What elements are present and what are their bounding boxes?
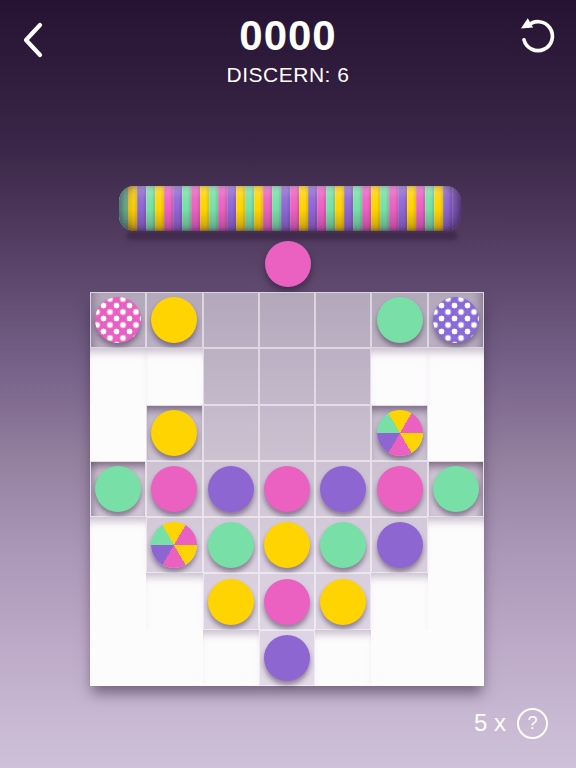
board-cell-r3c5[interactable] (315, 405, 371, 461)
piece-green (433, 466, 479, 512)
disc-stripe (398, 186, 407, 231)
disc-stripe (191, 186, 200, 231)
board-cell-r1c6[interactable] (371, 292, 427, 348)
disc-stripe (182, 186, 191, 231)
disc-stripe (317, 186, 326, 231)
disc-stripe (137, 186, 146, 231)
board-panel (371, 573, 427, 629)
piece-green (320, 522, 366, 568)
board-cell-r4c3[interactable] (203, 461, 259, 517)
disc-stripe (425, 186, 434, 231)
board-cell-r1c5[interactable] (315, 292, 371, 348)
board-panel (428, 573, 484, 629)
board-panel (90, 517, 146, 573)
board-cell-r2c4[interactable] (259, 348, 315, 404)
piece-purple (208, 466, 254, 512)
disc-stripe (452, 186, 461, 231)
disc-stripe (218, 186, 227, 231)
disc-stripe (407, 186, 416, 231)
disc-stripe (209, 186, 218, 231)
disc-stripe (254, 186, 263, 231)
disc-stripe (227, 186, 236, 231)
board-panel (428, 348, 484, 404)
piece-purple (377, 522, 423, 568)
disc-stripe (299, 186, 308, 231)
disc-stripe (272, 186, 281, 231)
piece-pink (264, 466, 310, 512)
board-panel (146, 630, 202, 686)
piece-green (377, 297, 423, 343)
disc-stripe (353, 186, 362, 231)
game-board (90, 292, 484, 686)
disc-stripe (389, 186, 398, 231)
board-cell-r7c4[interactable] (259, 630, 315, 686)
score-display: 0000 (0, 12, 576, 60)
disc-stripe (119, 186, 128, 231)
piece-green (208, 522, 254, 568)
disc-stripe (326, 186, 335, 231)
board-cell-r6c5[interactable] (315, 573, 371, 629)
board-cell-r5c5[interactable] (315, 517, 371, 573)
hint-button[interactable]: ? (517, 708, 548, 739)
board-cell-r2c5[interactable] (315, 348, 371, 404)
board-panel (146, 573, 202, 629)
board-cell-r5c4[interactable] (259, 517, 315, 573)
piece-pink (264, 579, 310, 625)
disc-stripe (146, 186, 155, 231)
hint-count-label: 5 x (474, 709, 506, 737)
disc-stripe (308, 186, 317, 231)
board-cell-r3c4[interactable] (259, 405, 315, 461)
disc-stripe (164, 186, 173, 231)
board-cell-r4c1[interactable] (90, 461, 146, 517)
hint-counter: 5 x ? (474, 706, 548, 740)
disc-stripe (236, 186, 245, 231)
board-cell-r1c2[interactable] (146, 292, 202, 348)
board-cell-r3c2[interactable] (146, 405, 202, 461)
disc-stripe (335, 186, 344, 231)
board-panel (371, 348, 427, 404)
board-panel (428, 517, 484, 573)
mode-label: DISCERN: 6 (0, 63, 576, 87)
board-cell-r1c4[interactable] (259, 292, 315, 348)
board-cell-r6c4[interactable] (259, 573, 315, 629)
disc-stripe (200, 186, 209, 231)
board-cell-r2c3[interactable] (203, 348, 259, 404)
piece-purple (320, 466, 366, 512)
board-panel (90, 630, 146, 686)
board-cell-r5c2[interactable] (146, 517, 202, 573)
disc-stripe (380, 186, 389, 231)
board-cell-r6c3[interactable] (203, 573, 259, 629)
board-panel (428, 630, 484, 686)
question-icon: ? (527, 713, 537, 734)
piece-yellow (151, 297, 197, 343)
piece-yellow (208, 579, 254, 625)
piece-purple-polka-dot (433, 297, 479, 343)
piece-yellow (320, 579, 366, 625)
piece-yellow (151, 410, 197, 456)
disc-stripe (281, 186, 290, 231)
disc-stripe (290, 186, 299, 231)
disc-stripe (128, 186, 137, 231)
board-panel (90, 405, 146, 461)
disc-stripe (344, 186, 353, 231)
disc-stripe (362, 186, 371, 231)
disc-stack-shadow (127, 231, 457, 240)
disc-stack (119, 186, 461, 231)
disc-stripe (155, 186, 164, 231)
disc-stripe (245, 186, 254, 231)
board-cell-r1c3[interactable] (203, 292, 259, 348)
board-cell-r4c7[interactable] (428, 461, 484, 517)
piece-rainbow-wheel (377, 410, 423, 456)
board-panel (315, 630, 371, 686)
piece-rainbow-wheel (151, 522, 197, 568)
disc-stripe (263, 186, 272, 231)
game-screen: 0000 DISCERN: 6 5 x ? (0, 0, 576, 768)
piece-pink (151, 466, 197, 512)
board-panel (203, 630, 259, 686)
undo-rotate-ccw-icon (518, 15, 558, 55)
board-cell-r4c2[interactable] (146, 461, 202, 517)
board-cell-r1c1[interactable] (90, 292, 146, 348)
disc-stripe (173, 186, 182, 231)
board-cell-r4c5[interactable] (315, 461, 371, 517)
board-panel (90, 348, 146, 404)
disc-stripe (416, 186, 425, 231)
board-cell-r4c4[interactable] (259, 461, 315, 517)
disc-stripe (371, 186, 380, 231)
board-panel (428, 405, 484, 461)
piece-pink-polka-dot (95, 297, 141, 343)
board-cell-r4c6[interactable] (371, 461, 427, 517)
piece-purple (264, 635, 310, 681)
board-cell-r5c3[interactable] (203, 517, 259, 573)
piece-green (95, 466, 141, 512)
board-cell-r5c6[interactable] (371, 517, 427, 573)
board-panel (146, 348, 202, 404)
disc-stripe (443, 186, 452, 231)
next-piece[interactable] (265, 241, 311, 287)
piece-yellow (264, 522, 310, 568)
board-panel (90, 573, 146, 629)
board-cell-r3c6[interactable] (371, 405, 427, 461)
piece-pink (377, 466, 423, 512)
undo-button[interactable] (518, 15, 560, 59)
board-cell-r3c3[interactable] (203, 405, 259, 461)
board-panel (371, 630, 427, 686)
board-cell-r1c7[interactable] (428, 292, 484, 348)
disc-stripe (434, 186, 443, 231)
